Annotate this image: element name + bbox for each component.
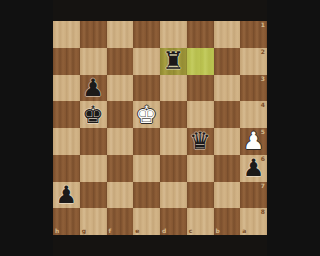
file-label-a: a [242,228,246,234]
file-label-g: g [82,228,86,234]
square-e5[interactable] [133,128,160,155]
square-g8[interactable]: g [80,208,107,235]
square-c5[interactable]: ♛ [187,128,214,155]
square-e7[interactable] [133,182,160,209]
black-pawn[interactable]: ♟ [82,76,104,100]
file-label-h: h [55,228,59,234]
rank-label-2: 2 [261,49,265,55]
file-label-f: f [109,228,112,234]
bottom-bar [53,235,267,256]
square-e1[interactable] [133,21,160,48]
rank-label-4: 4 [261,102,265,108]
square-a7[interactable]: 7 [240,182,267,209]
square-h1[interactable] [53,21,80,48]
square-h3[interactable] [53,75,80,102]
square-b3[interactable] [214,75,241,102]
square-b5[interactable] [214,128,241,155]
black-pawn[interactable]: ♟ [56,183,78,207]
top-bar [53,0,267,21]
square-a5[interactable]: 5♟ [240,128,267,155]
square-b2[interactable] [214,48,241,75]
square-b7[interactable] [214,182,241,209]
square-g7[interactable] [80,182,107,209]
square-g3[interactable]: ♟ [80,75,107,102]
square-e6[interactable] [133,155,160,182]
square-d2[interactable]: ♜ [160,48,187,75]
file-label-e: e [135,228,139,234]
chess-board: 1♜2♟3♚♚4♛5♟6♟♟7hgfedcb8a [53,21,267,235]
square-e4[interactable]: ♚ [133,101,160,128]
rank-label-7: 7 [261,183,265,189]
square-f4[interactable] [107,101,134,128]
square-f3[interactable] [107,75,134,102]
rank-label-3: 3 [261,76,265,82]
white-king[interactable]: ♚ [136,103,158,127]
square-h7[interactable]: ♟ [53,182,80,209]
square-f1[interactable] [107,21,134,48]
square-f5[interactable] [107,128,134,155]
square-c2[interactable] [187,48,214,75]
square-a3[interactable]: 3 [240,75,267,102]
square-b1[interactable] [214,21,241,48]
white-pawn[interactable]: ♟ [243,129,265,153]
square-f2[interactable] [107,48,134,75]
square-c1[interactable] [187,21,214,48]
square-e2[interactable] [133,48,160,75]
square-h2[interactable] [53,48,80,75]
square-h8[interactable]: h [53,208,80,235]
square-d4[interactable] [160,101,187,128]
square-a6[interactable]: 6♟ [240,155,267,182]
square-c4[interactable] [187,101,214,128]
square-d3[interactable] [160,75,187,102]
square-g2[interactable] [80,48,107,75]
rank-label-1: 1 [261,22,265,28]
square-e3[interactable] [133,75,160,102]
black-queen[interactable]: ♛ [189,129,211,153]
square-d8[interactable]: d [160,208,187,235]
square-b4[interactable] [214,101,241,128]
square-g1[interactable] [80,21,107,48]
square-a4[interactable]: 4 [240,101,267,128]
square-d7[interactable] [160,182,187,209]
square-g4[interactable]: ♚ [80,101,107,128]
square-f7[interactable] [107,182,134,209]
square-a2[interactable]: 2 [240,48,267,75]
square-f8[interactable]: f [107,208,134,235]
black-pawn[interactable]: ♟ [243,156,265,180]
square-c6[interactable] [187,155,214,182]
file-label-c: c [189,228,193,234]
square-h6[interactable] [53,155,80,182]
chess-app-window: 1♜2♟3♚♚4♛5♟6♟♟7hgfedcb8a [53,0,267,256]
square-d5[interactable] [160,128,187,155]
square-a8[interactable]: 8a [240,208,267,235]
rank-label-8: 8 [261,209,265,215]
square-a1[interactable]: 1 [240,21,267,48]
square-c3[interactable] [187,75,214,102]
square-h5[interactable] [53,128,80,155]
square-d1[interactable] [160,21,187,48]
square-b8[interactable]: b [214,208,241,235]
square-d6[interactable] [160,155,187,182]
file-label-b: b [216,228,220,234]
square-g5[interactable] [80,128,107,155]
square-h4[interactable] [53,101,80,128]
square-f6[interactable] [107,155,134,182]
file-label-d: d [162,228,166,234]
square-c7[interactable] [187,182,214,209]
square-g6[interactable] [80,155,107,182]
square-b6[interactable] [214,155,241,182]
black-king[interactable]: ♚ [82,103,104,127]
square-c8[interactable]: c [187,208,214,235]
square-e8[interactable]: e [133,208,160,235]
black-rook[interactable]: ♜ [163,49,185,73]
